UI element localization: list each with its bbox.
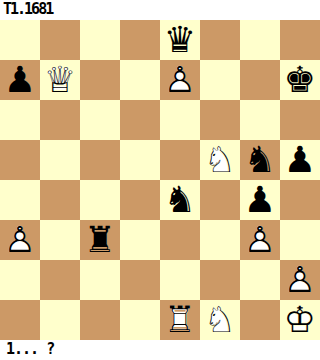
- square-a2[interactable]: [0, 260, 40, 300]
- square-g8[interactable]: [240, 20, 280, 60]
- square-h3[interactable]: [280, 220, 320, 260]
- square-e6[interactable]: [160, 100, 200, 140]
- white-pawn-fill: ♟: [240, 220, 280, 260]
- white-pawn-fill: ♟: [280, 260, 320, 300]
- white-knight-fill: ♞: [200, 140, 240, 180]
- white-pawn: ♙: [280, 260, 320, 300]
- square-g1[interactable]: [240, 300, 280, 340]
- square-c2[interactable]: [80, 260, 120, 300]
- square-f4[interactable]: [200, 180, 240, 220]
- white-queen-fill: ♛: [40, 60, 80, 100]
- square-b1[interactable]: [40, 300, 80, 340]
- square-h6[interactable]: [280, 100, 320, 140]
- square-f7[interactable]: [200, 60, 240, 100]
- square-a6[interactable]: [0, 100, 40, 140]
- move-prompt: 1... ?: [0, 340, 320, 360]
- square-f5[interactable]: ♞♘: [200, 140, 240, 180]
- white-pawn: ♙: [160, 60, 200, 100]
- square-b5[interactable]: [40, 140, 80, 180]
- chess-puzzle-screen: T1.1681 ♛♟♛♕♟♙♚♞♘♞♟♞♟♟♙♜♟♙♟♙♜♖♞♘♚♔ 1... …: [0, 0, 320, 360]
- square-h8[interactable]: [280, 20, 320, 60]
- square-e3[interactable]: [160, 220, 200, 260]
- white-king-fill: ♚: [280, 300, 320, 340]
- square-a3[interactable]: ♟♙: [0, 220, 40, 260]
- black-pawn: ♟: [240, 180, 280, 220]
- square-g6[interactable]: [240, 100, 280, 140]
- square-b2[interactable]: [40, 260, 80, 300]
- square-g4[interactable]: ♟: [240, 180, 280, 220]
- square-f1[interactable]: ♞♘: [200, 300, 240, 340]
- white-knight-fill: ♞: [200, 300, 240, 340]
- white-rook-fill: ♜: [160, 300, 200, 340]
- square-e2[interactable]: [160, 260, 200, 300]
- square-e7[interactable]: ♟♙: [160, 60, 200, 100]
- square-c5[interactable]: [80, 140, 120, 180]
- square-b8[interactable]: [40, 20, 80, 60]
- black-pawn: ♟: [280, 140, 320, 180]
- square-d8[interactable]: [120, 20, 160, 60]
- square-a7[interactable]: ♟: [0, 60, 40, 100]
- square-c7[interactable]: [80, 60, 120, 100]
- square-c6[interactable]: [80, 100, 120, 140]
- square-b7[interactable]: ♛♕: [40, 60, 80, 100]
- white-pawn: ♙: [240, 220, 280, 260]
- black-king: ♚: [280, 60, 320, 100]
- white-pawn-fill: ♟: [160, 60, 200, 100]
- square-g5[interactable]: ♞: [240, 140, 280, 180]
- square-d5[interactable]: [120, 140, 160, 180]
- black-rook: ♜: [80, 220, 120, 260]
- square-f6[interactable]: [200, 100, 240, 140]
- square-b4[interactable]: [40, 180, 80, 220]
- square-h4[interactable]: [280, 180, 320, 220]
- black-queen: ♛: [160, 20, 200, 60]
- square-d7[interactable]: [120, 60, 160, 100]
- square-g2[interactable]: [240, 260, 280, 300]
- puzzle-id: T1.1681: [0, 0, 320, 20]
- square-f3[interactable]: [200, 220, 240, 260]
- white-knight: ♘: [200, 140, 240, 180]
- square-g3[interactable]: ♟♙: [240, 220, 280, 260]
- square-c8[interactable]: [80, 20, 120, 60]
- black-knight: ♞: [160, 180, 200, 220]
- square-a5[interactable]: [0, 140, 40, 180]
- square-g7[interactable]: [240, 60, 280, 100]
- square-b6[interactable]: [40, 100, 80, 140]
- square-a1[interactable]: [0, 300, 40, 340]
- square-c3[interactable]: ♜: [80, 220, 120, 260]
- square-e8[interactable]: ♛: [160, 20, 200, 60]
- white-pawn: ♙: [0, 220, 40, 260]
- black-pawn: ♟: [0, 60, 40, 100]
- white-knight: ♘: [200, 300, 240, 340]
- square-h2[interactable]: ♟♙: [280, 260, 320, 300]
- square-d3[interactable]: [120, 220, 160, 260]
- square-a8[interactable]: [0, 20, 40, 60]
- white-pawn-fill: ♟: [0, 220, 40, 260]
- square-d2[interactable]: [120, 260, 160, 300]
- white-king: ♔: [280, 300, 320, 340]
- square-f2[interactable]: [200, 260, 240, 300]
- white-rook: ♖: [160, 300, 200, 340]
- square-h5[interactable]: ♟: [280, 140, 320, 180]
- square-a4[interactable]: [0, 180, 40, 220]
- square-d1[interactable]: [120, 300, 160, 340]
- square-e4[interactable]: ♞: [160, 180, 200, 220]
- square-h7[interactable]: ♚: [280, 60, 320, 100]
- square-d4[interactable]: [120, 180, 160, 220]
- black-knight: ♞: [240, 140, 280, 180]
- square-f8[interactable]: [200, 20, 240, 60]
- square-d6[interactable]: [120, 100, 160, 140]
- white-queen: ♕: [40, 60, 80, 100]
- square-c4[interactable]: [80, 180, 120, 220]
- chess-board: ♛♟♛♕♟♙♚♞♘♞♟♞♟♟♙♜♟♙♟♙♜♖♞♘♚♔: [0, 20, 320, 340]
- square-e5[interactable]: [160, 140, 200, 180]
- square-c1[interactable]: [80, 300, 120, 340]
- square-e1[interactable]: ♜♖: [160, 300, 200, 340]
- square-h1[interactable]: ♚♔: [280, 300, 320, 340]
- square-b3[interactable]: [40, 220, 80, 260]
